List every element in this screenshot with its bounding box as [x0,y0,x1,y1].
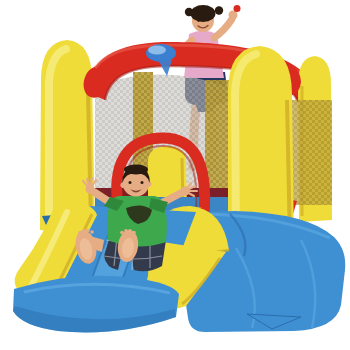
bounce-house-scene [0,0,350,350]
boy-hair-top [124,165,148,175]
side-mesh-olive-panel [292,100,332,205]
girl-hair [191,5,216,22]
boy-left-eye [129,181,132,184]
mesh-olive-strip-right [205,80,229,192]
girl-left-eye [197,19,200,22]
boy-right-eye [141,181,144,184]
girl-pigtail-right [215,6,223,14]
girl-pigtail-left [185,8,193,16]
brand-logo-highlight [148,46,166,55]
small-red-object [234,5,241,12]
girl-right-eye [207,19,210,22]
product-photo [0,0,350,350]
